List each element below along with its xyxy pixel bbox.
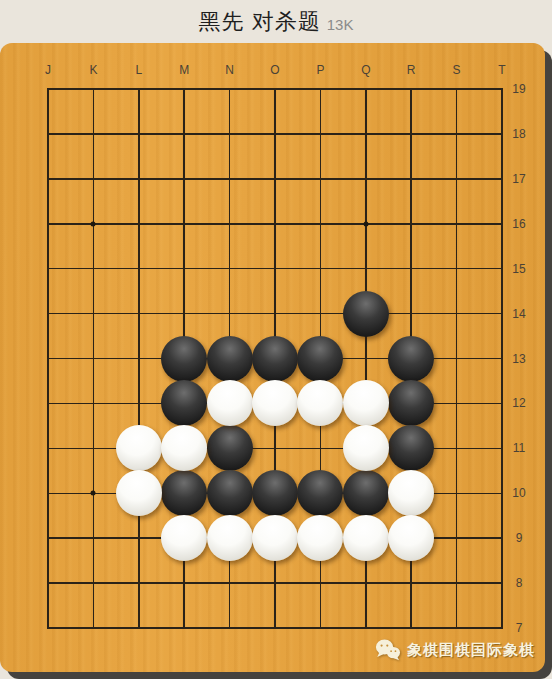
stone-black-R11[interactable] xyxy=(388,425,434,471)
stone-black-Q10[interactable] xyxy=(343,470,389,516)
row-label-8: 8 xyxy=(516,576,523,590)
brand-text: 象棋围棋国际象棋 xyxy=(407,641,535,660)
row-label-16: 16 xyxy=(512,217,525,231)
star-point-Q16 xyxy=(363,221,368,226)
col-label-Q: Q xyxy=(361,63,370,77)
row-label-15: 15 xyxy=(512,262,525,276)
stone-black-R12[interactable] xyxy=(388,380,434,426)
row-label-17: 17 xyxy=(512,172,525,186)
col-label-M: M xyxy=(179,63,189,77)
row-label-12: 12 xyxy=(512,396,525,410)
star-point-K10 xyxy=(91,491,96,496)
col-label-T: T xyxy=(498,63,505,77)
stone-black-O13[interactable] xyxy=(252,336,298,382)
go-board[interactable]: 象棋围棋国际象棋 JKLMNOPQRST19181716151413121110… xyxy=(0,43,545,672)
col-label-O: O xyxy=(270,63,279,77)
grid-hline-15 xyxy=(47,268,503,270)
grid-hline-14 xyxy=(47,313,503,315)
stone-white-Q11[interactable] xyxy=(343,425,389,471)
star-point-K16 xyxy=(91,221,96,226)
stone-black-N13[interactable] xyxy=(207,336,253,382)
row-label-11: 11 xyxy=(513,441,525,455)
grid-hline-17 xyxy=(47,178,503,180)
col-label-R: R xyxy=(407,63,416,77)
row-label-7: 7 xyxy=(516,621,523,635)
page: 黑先 对杀题 13K 象棋围棋国际象棋 JKLMNOPQRST191817161… xyxy=(0,0,552,679)
rank-badge: 13K xyxy=(327,16,354,33)
row-label-18: 18 xyxy=(512,127,525,141)
stone-white-O12[interactable] xyxy=(252,380,298,426)
grid-hline-18 xyxy=(47,133,503,135)
stone-black-N11[interactable] xyxy=(207,425,253,471)
stone-white-R10[interactable] xyxy=(388,470,434,516)
stone-white-P9[interactable] xyxy=(297,515,343,561)
row-label-10: 10 xyxy=(512,486,525,500)
stone-white-N12[interactable] xyxy=(207,380,253,426)
grid-hline-19 xyxy=(47,88,503,90)
col-label-J: J xyxy=(45,63,51,77)
col-label-K: K xyxy=(89,63,97,77)
stone-white-L11[interactable] xyxy=(116,425,162,471)
stone-black-P10[interactable] xyxy=(297,470,343,516)
row-label-19: 19 xyxy=(512,82,525,96)
row-label-13: 13 xyxy=(512,352,525,366)
puzzle-title: 黑先 对杀题 xyxy=(199,7,321,37)
stone-white-Q9[interactable] xyxy=(343,515,389,561)
col-label-P: P xyxy=(316,63,324,77)
row-label-9: 9 xyxy=(516,531,523,545)
stone-black-Q14[interactable] xyxy=(343,291,389,337)
stone-black-R13[interactable] xyxy=(388,336,434,382)
stone-white-N9[interactable] xyxy=(207,515,253,561)
stone-black-M13[interactable] xyxy=(161,336,207,382)
stone-white-O9[interactable] xyxy=(252,515,298,561)
col-label-N: N xyxy=(225,63,234,77)
stone-white-Q12[interactable] xyxy=(343,380,389,426)
wechat-icon xyxy=(375,638,401,662)
stone-white-P12[interactable] xyxy=(297,380,343,426)
stone-white-M9[interactable] xyxy=(161,515,207,561)
stone-black-M12[interactable] xyxy=(161,380,207,426)
board-watermark: 象棋围棋国际象棋 xyxy=(375,638,535,662)
col-label-L: L xyxy=(135,63,142,77)
grid-hline-8 xyxy=(47,582,503,584)
stone-black-N10[interactable] xyxy=(207,470,253,516)
row-label-14: 14 xyxy=(512,307,525,321)
stone-black-P13[interactable] xyxy=(297,336,343,382)
stone-black-M10[interactable] xyxy=(161,470,207,516)
stone-white-L10[interactable] xyxy=(116,470,162,516)
header: 黑先 对杀题 13K xyxy=(0,0,552,43)
stone-black-O10[interactable] xyxy=(252,470,298,516)
stone-white-M11[interactable] xyxy=(161,425,207,471)
grid-hline-7 xyxy=(47,627,503,629)
grid-hline-16 xyxy=(47,223,503,225)
stone-white-R9[interactable] xyxy=(388,515,434,561)
col-label-S: S xyxy=(453,63,461,77)
